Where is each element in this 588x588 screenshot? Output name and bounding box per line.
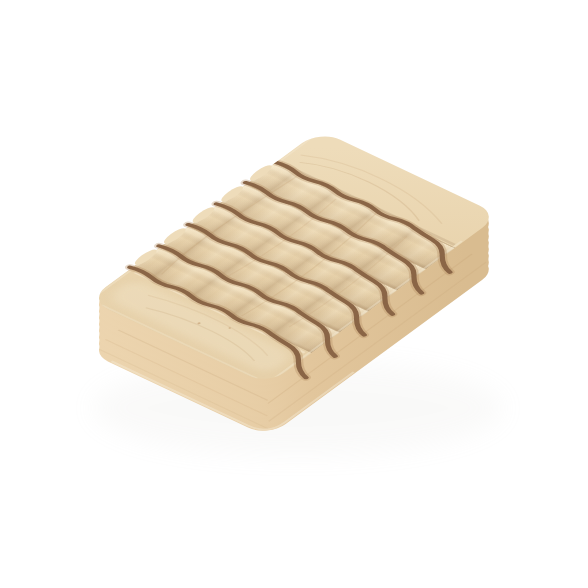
product-photo [0, 0, 588, 588]
product-image [0, 0, 588, 588]
